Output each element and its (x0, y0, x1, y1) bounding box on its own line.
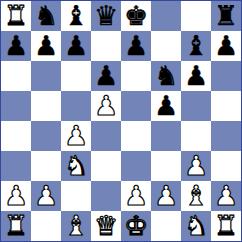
square-f3[interactable] (151, 151, 181, 181)
square-h5[interactable] (211, 91, 241, 121)
square-a6[interactable] (1, 61, 31, 91)
white-knight[interactable]: ♞ (64, 152, 88, 179)
black-queen[interactable]: ♛ (94, 2, 118, 29)
square-b7[interactable]: ♟ (31, 31, 61, 61)
black-bishop[interactable]: ♝ (184, 32, 208, 59)
white-king[interactable]: ♚ (124, 212, 148, 239)
square-e1[interactable]: ♚ (121, 211, 151, 241)
square-h3[interactable] (211, 151, 241, 181)
square-a2[interactable]: ♟ (1, 181, 31, 211)
square-b1[interactable] (31, 211, 61, 241)
square-a7[interactable]: ♟ (1, 31, 31, 61)
white-knight[interactable]: ♞ (184, 212, 208, 239)
square-g6[interactable]: ♟ (181, 61, 211, 91)
white-rook[interactable]: ♜ (214, 212, 238, 239)
white-pawn[interactable]: ♟ (94, 92, 118, 119)
square-a8[interactable]: ♜ (1, 1, 31, 31)
square-h6[interactable] (211, 61, 241, 91)
white-pawn[interactable]: ♟ (64, 122, 88, 149)
square-f4[interactable] (151, 121, 181, 151)
white-pawn[interactable]: ♟ (154, 182, 178, 209)
square-a1[interactable]: ♜ (1, 211, 31, 241)
square-d1[interactable]: ♛ (91, 211, 121, 241)
black-pawn[interactable]: ♟ (4, 32, 28, 59)
square-h2[interactable]: ♟ (211, 181, 241, 211)
square-b6[interactable] (31, 61, 61, 91)
black-king[interactable]: ♚ (124, 2, 148, 29)
black-bishop[interactable]: ♝ (64, 2, 88, 29)
square-e8[interactable]: ♚ (121, 1, 151, 31)
square-f7[interactable] (151, 31, 181, 61)
square-b4[interactable] (31, 121, 61, 151)
square-h1[interactable]: ♜ (211, 211, 241, 241)
square-f6[interactable]: ♞ (151, 61, 181, 91)
black-pawn[interactable]: ♟ (124, 32, 148, 59)
board-grid: ♜♞♝♛♚♜♟♟♟♟♝♟♟♞♟♟♟♟♞♟♟♟♟♟♝♟♜♝♛♚♞♜ (1, 1, 241, 241)
square-c2[interactable] (61, 181, 91, 211)
square-d6[interactable]: ♟ (91, 61, 121, 91)
black-knight[interactable]: ♞ (34, 2, 58, 29)
white-rook[interactable]: ♜ (4, 212, 28, 239)
black-pawn[interactable]: ♟ (154, 92, 178, 119)
white-pawn[interactable]: ♟ (214, 182, 238, 209)
black-pawn[interactable]: ♟ (184, 62, 208, 89)
black-knight[interactable]: ♞ (154, 62, 178, 89)
square-b8[interactable]: ♞ (31, 1, 61, 31)
square-f8[interactable] (151, 1, 181, 31)
black-pawn[interactable]: ♟ (214, 32, 238, 59)
square-h4[interactable] (211, 121, 241, 151)
chess-board: ♜♞♝♛♚♜♟♟♟♟♝♟♟♞♟♟♟♟♞♟♟♟♟♟♝♟♜♝♛♚♞♜ (0, 0, 242, 242)
square-c1[interactable]: ♝ (61, 211, 91, 241)
square-d8[interactable]: ♛ (91, 1, 121, 31)
square-b2[interactable]: ♟ (31, 181, 61, 211)
square-e5[interactable] (121, 91, 151, 121)
square-f2[interactable]: ♟ (151, 181, 181, 211)
square-h7[interactable]: ♟ (211, 31, 241, 61)
square-e3[interactable] (121, 151, 151, 181)
square-c6[interactable] (61, 61, 91, 91)
square-a5[interactable] (1, 91, 31, 121)
white-bishop[interactable]: ♝ (184, 182, 208, 209)
black-rook[interactable]: ♜ (214, 2, 238, 29)
square-d4[interactable] (91, 121, 121, 151)
square-c3[interactable]: ♞ (61, 151, 91, 181)
square-b3[interactable] (31, 151, 61, 181)
square-d3[interactable] (91, 151, 121, 181)
black-pawn[interactable]: ♟ (94, 62, 118, 89)
square-d5[interactable]: ♟ (91, 91, 121, 121)
white-rook[interactable]: ♜ (4, 2, 28, 29)
square-g5[interactable] (181, 91, 211, 121)
white-pawn[interactable]: ♟ (4, 182, 28, 209)
square-g4[interactable] (181, 121, 211, 151)
square-g3[interactable]: ♟ (181, 151, 211, 181)
black-pawn[interactable]: ♟ (34, 32, 58, 59)
square-g1[interactable]: ♞ (181, 211, 211, 241)
white-bishop[interactable]: ♝ (64, 212, 88, 239)
white-pawn[interactable]: ♟ (34, 182, 58, 209)
square-g8[interactable] (181, 1, 211, 31)
square-c5[interactable] (61, 91, 91, 121)
square-e2[interactable]: ♟ (121, 181, 151, 211)
square-e4[interactable] (121, 121, 151, 151)
square-f5[interactable]: ♟ (151, 91, 181, 121)
square-g7[interactable]: ♝ (181, 31, 211, 61)
square-a4[interactable] (1, 121, 31, 151)
square-c7[interactable]: ♟ (61, 31, 91, 61)
white-pawn[interactable]: ♟ (184, 152, 208, 179)
square-d2[interactable] (91, 181, 121, 211)
square-h8[interactable]: ♜ (211, 1, 241, 31)
square-d7[interactable] (91, 31, 121, 61)
white-queen[interactable]: ♛ (94, 212, 118, 239)
square-b5[interactable] (31, 91, 61, 121)
square-c4[interactable]: ♟ (61, 121, 91, 151)
square-c8[interactable]: ♝ (61, 1, 91, 31)
square-f1[interactable] (151, 211, 181, 241)
square-a3[interactable] (1, 151, 31, 181)
square-e6[interactable] (121, 61, 151, 91)
black-pawn[interactable]: ♟ (64, 32, 88, 59)
square-g2[interactable]: ♝ (181, 181, 211, 211)
square-e7[interactable]: ♟ (121, 31, 151, 61)
white-pawn[interactable]: ♟ (124, 182, 148, 209)
